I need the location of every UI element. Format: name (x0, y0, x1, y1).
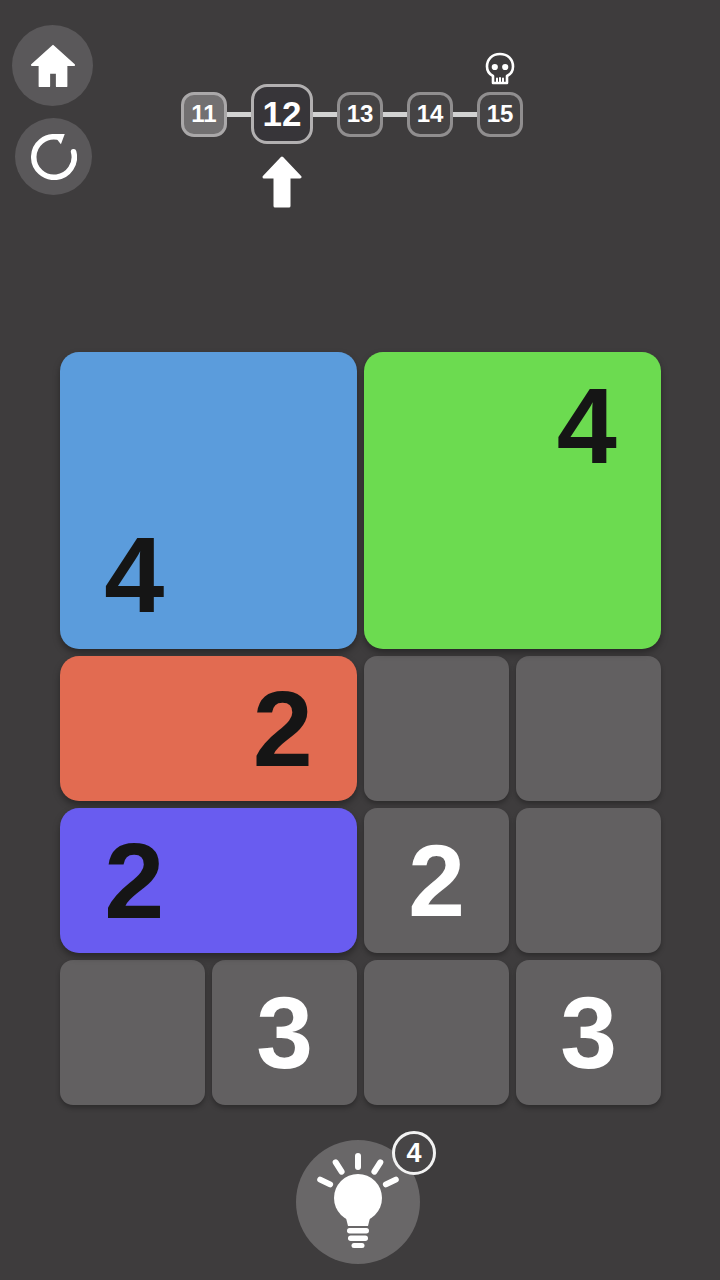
lightbulb-icon (310, 1152, 406, 1252)
block-fold-count: 2 (209, 656, 358, 801)
level-badge-14: 14 (407, 92, 453, 137)
cell-target-number: 3 (256, 982, 313, 1084)
board-cell-r4c3: 2 (364, 808, 509, 953)
level-progress-bar: 1112131415 (181, 83, 523, 145)
board-cell-r4c4 (516, 808, 661, 953)
board-cell-r5c3 (364, 960, 509, 1105)
app-screen: 1112131415 2334422 4 (0, 0, 720, 1280)
level-connector (383, 112, 407, 117)
board-cell-r5c1 (60, 960, 205, 1105)
level-number: 11 (191, 100, 216, 128)
hint-count: 4 (406, 1138, 421, 1169)
level-badge-12: 12 (251, 84, 313, 144)
restart-icon (31, 134, 77, 180)
block-green[interactable]: 4 (364, 352, 661, 649)
level-number: 12 (263, 94, 302, 134)
level-badge-box: 14 (407, 92, 453, 137)
block-blue[interactable]: 4 (60, 352, 357, 649)
board-cell-r3c3 (364, 656, 509, 801)
board-cell-r5c4: 3 (516, 960, 661, 1105)
level-badge-box: 11 (181, 92, 227, 137)
cell-target-number: 2 (408, 830, 465, 932)
home-icon (30, 43, 76, 89)
block-purple[interactable]: 2 (60, 808, 357, 953)
board-cell-r3c4 (516, 656, 661, 801)
level-badge-15: 15 (477, 92, 523, 137)
level-number: 13 (347, 100, 374, 128)
block-fold-count: 4 (513, 352, 662, 501)
level-badge-11: 11 (181, 92, 227, 137)
block-red[interactable]: 2 (60, 656, 357, 801)
level-connector (453, 112, 477, 117)
hint-count-badge: 4 (392, 1131, 436, 1175)
level-badge-13: 13 (337, 92, 383, 137)
level-number: 15 (487, 100, 514, 128)
restart-button[interactable] (15, 118, 92, 195)
up-arrow-icon (262, 156, 302, 208)
block-fold-count: 4 (60, 501, 209, 650)
level-number: 14 (417, 100, 444, 128)
block-fold-count: 2 (60, 808, 209, 953)
home-button[interactable] (12, 25, 93, 106)
level-badge-box: 15 (477, 92, 523, 137)
level-connector (227, 112, 251, 117)
level-connector (313, 112, 337, 117)
level-badge-box: 13 (337, 92, 383, 137)
level-badge-box: 12 (251, 84, 313, 144)
skull-icon (484, 52, 516, 88)
puzzle-board: 2334422 (60, 352, 661, 1105)
board-cell-r5c2: 3 (212, 960, 357, 1105)
cell-target-number: 3 (560, 982, 617, 1084)
